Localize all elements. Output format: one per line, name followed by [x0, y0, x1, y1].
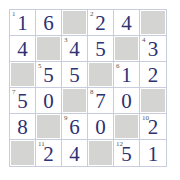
cell-digit: 1 [17, 13, 28, 34]
cell-digit: 3 [148, 39, 159, 60]
cell-digit: 2 [148, 65, 159, 86]
blocked-cell [140, 10, 166, 36]
clue-number: 9 [64, 115, 68, 122]
puzzle-cell[interactable]: 1 [140, 140, 166, 166]
puzzle-cell[interactable]: 34 [62, 36, 88, 62]
cell-digit: 4 [69, 144, 80, 165]
puzzle-cell[interactable]: 8 [10, 114, 36, 140]
clue-number: 11 [38, 141, 45, 148]
blocked-cell [140, 88, 166, 114]
cell-digit: 1 [121, 65, 132, 86]
blocked-cell [62, 88, 88, 114]
puzzle-cell[interactable]: 102 [140, 114, 166, 140]
clue-number: 12 [116, 141, 123, 148]
puzzle-cell[interactable]: 0 [114, 88, 140, 114]
cell-digit: 5 [95, 39, 106, 60]
clue-number: 5 [38, 63, 42, 70]
blocked-cell [114, 114, 140, 140]
puzzle-board: 116224434543555612750870896010211241251 [9, 9, 167, 167]
clue-number: 3 [64, 37, 68, 44]
blocked-cell [88, 140, 114, 166]
blocked-cell [114, 36, 140, 62]
puzzle-cell[interactable]: 112 [36, 140, 62, 166]
clue-number: 7 [12, 89, 16, 96]
blocked-cell [62, 10, 88, 36]
puzzle-cell[interactable]: 5 [62, 62, 88, 88]
blocked-cell [36, 36, 62, 62]
blocked-cell [36, 114, 62, 140]
puzzle-cell[interactable]: 11 [10, 10, 36, 36]
clue-number: 2 [90, 11, 94, 18]
puzzle-cell[interactable]: 0 [88, 114, 114, 140]
clue-number: 6 [116, 63, 120, 70]
cell-digit: 5 [43, 65, 54, 86]
puzzle-cell[interactable]: 75 [10, 88, 36, 114]
blocked-cell [10, 140, 36, 166]
puzzle-cell[interactable]: 55 [36, 62, 62, 88]
cell-digit: 1 [148, 144, 159, 165]
clue-number: 8 [90, 89, 94, 96]
clue-number: 4 [142, 37, 146, 44]
cell-digit: 5 [69, 65, 80, 86]
clue-number: 10 [142, 115, 149, 122]
puzzle-cell[interactable]: 4 [114, 10, 140, 36]
cell-digit: 4 [121, 13, 132, 34]
puzzle-cell[interactable]: 0 [36, 88, 62, 114]
cell-digit: 6 [69, 117, 80, 138]
puzzle-cell[interactable]: 2 [140, 62, 166, 88]
blocked-cell [10, 62, 36, 88]
puzzle-cell[interactable]: 5 [88, 36, 114, 62]
puzzle-cell[interactable]: 6 [36, 10, 62, 36]
cell-digit: 4 [69, 39, 80, 60]
puzzle-cell[interactable]: 4 [10, 36, 36, 62]
puzzle-cell[interactable]: 22 [88, 10, 114, 36]
cell-digit: 8 [17, 117, 28, 138]
blocked-cell [88, 62, 114, 88]
puzzle-cell[interactable]: 87 [88, 88, 114, 114]
cell-digit: 0 [121, 91, 132, 112]
cell-digit: 4 [17, 39, 28, 60]
cell-digit: 0 [43, 91, 54, 112]
cell-digit: 0 [95, 117, 106, 138]
cell-digit: 2 [148, 117, 159, 138]
cell-digit: 5 [17, 91, 28, 112]
puzzle-cell[interactable]: 61 [114, 62, 140, 88]
cell-digit: 7 [95, 91, 106, 112]
clue-number: 1 [12, 11, 16, 18]
puzzle-cell[interactable]: 4 [62, 140, 88, 166]
puzzle-cell[interactable]: 43 [140, 36, 166, 62]
cell-digit: 6 [43, 13, 54, 34]
cell-digit: 2 [95, 13, 106, 34]
puzzle-cell[interactable]: 125 [114, 140, 140, 166]
puzzle-cell[interactable]: 96 [62, 114, 88, 140]
